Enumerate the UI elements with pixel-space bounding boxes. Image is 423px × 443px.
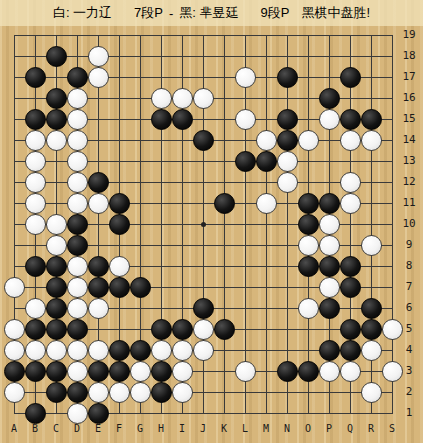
black-stone <box>319 340 340 361</box>
row-label: 6 <box>399 301 419 315</box>
row-label: 4 <box>399 343 419 357</box>
black-stone <box>130 277 151 298</box>
white-stone <box>88 67 109 88</box>
white-stone <box>67 172 88 193</box>
white-stone <box>25 151 46 172</box>
white-stone <box>67 277 88 298</box>
star-point <box>201 222 206 227</box>
white-stone <box>172 88 193 109</box>
column-label: P <box>322 422 336 436</box>
black-stone <box>340 319 361 340</box>
black-stone <box>88 172 109 193</box>
white-stone <box>340 130 361 151</box>
white-player-rank: 7段P <box>134 4 163 22</box>
black-stone <box>67 67 88 88</box>
white-stone <box>46 214 67 235</box>
black-stone <box>319 88 340 109</box>
white-stone <box>67 361 88 382</box>
white-stone <box>67 130 88 151</box>
column-label: D <box>70 422 84 436</box>
white-stone <box>361 130 382 151</box>
row-label: 15 <box>399 112 419 126</box>
row-label: 13 <box>399 154 419 168</box>
black-stone <box>25 256 46 277</box>
white-stone <box>67 193 88 214</box>
column-label: Q <box>343 422 357 436</box>
row-label: 18 <box>399 49 419 63</box>
white-stone <box>88 340 109 361</box>
white-stone <box>256 193 277 214</box>
column-label: G <box>133 422 147 436</box>
white-stone <box>361 382 382 403</box>
white-stone <box>277 172 298 193</box>
black-stone <box>340 277 361 298</box>
black-stone <box>319 193 340 214</box>
white-stone <box>361 340 382 361</box>
black-stone <box>109 361 130 382</box>
black-stone <box>67 382 88 403</box>
column-label: F <box>112 422 126 436</box>
black-stone <box>46 46 67 67</box>
white-stone <box>298 130 319 151</box>
black-stone <box>172 109 193 130</box>
white-stone <box>151 88 172 109</box>
white-player-label: 白: 一力辽 <box>53 4 112 22</box>
game-info-bar: 白: 一力辽 7段P - 黑: 芈昱廷 9段P 黑棋中盘胜! <box>0 0 423 26</box>
column-label: R <box>364 422 378 436</box>
white-stone <box>67 151 88 172</box>
column-label: E <box>91 422 105 436</box>
white-stone <box>277 151 298 172</box>
white-stone <box>319 361 340 382</box>
white-stone <box>25 130 46 151</box>
column-label: M <box>259 422 273 436</box>
black-stone <box>109 214 130 235</box>
column-label: S <box>385 422 399 436</box>
black-stone <box>25 109 46 130</box>
black-stone <box>361 298 382 319</box>
black-stone <box>151 382 172 403</box>
row-label: 5 <box>399 322 419 336</box>
black-stone <box>46 298 67 319</box>
row-label: 2 <box>399 385 419 399</box>
black-stone <box>193 298 214 319</box>
column-label: B <box>28 422 42 436</box>
black-stone <box>67 319 88 340</box>
black-stone <box>46 319 67 340</box>
row-label: 11 <box>399 196 419 210</box>
black-stone <box>46 109 67 130</box>
row-label: 12 <box>399 175 419 189</box>
black-stone <box>4 361 25 382</box>
white-stone <box>67 256 88 277</box>
white-stone <box>88 193 109 214</box>
black-stone <box>151 109 172 130</box>
black-stone <box>340 340 361 361</box>
black-stone <box>46 88 67 109</box>
column-label: C <box>49 422 63 436</box>
white-stone <box>319 277 340 298</box>
row-label: 16 <box>399 91 419 105</box>
white-stone <box>340 361 361 382</box>
white-stone <box>4 340 25 361</box>
black-stone <box>67 214 88 235</box>
black-stone <box>151 361 172 382</box>
white-stone <box>4 382 25 403</box>
white-stone <box>151 340 172 361</box>
white-stone <box>172 340 193 361</box>
white-stone <box>130 382 151 403</box>
black-stone <box>172 319 193 340</box>
white-stone <box>361 235 382 256</box>
white-stone <box>340 172 361 193</box>
black-stone <box>298 256 319 277</box>
white-stone <box>235 67 256 88</box>
black-stone <box>235 151 256 172</box>
white-stone <box>109 382 130 403</box>
row-label: 7 <box>399 280 419 294</box>
white-stone <box>130 361 151 382</box>
black-stone <box>193 130 214 151</box>
white-stone <box>88 46 109 67</box>
column-label: A <box>7 422 21 436</box>
black-stone <box>109 193 130 214</box>
white-stone <box>235 361 256 382</box>
black-stone <box>46 277 67 298</box>
white-stone <box>235 109 256 130</box>
white-stone <box>25 214 46 235</box>
white-stone <box>172 382 193 403</box>
black-stone <box>319 298 340 319</box>
white-stone <box>340 193 361 214</box>
column-label: L <box>238 422 252 436</box>
black-stone <box>277 109 298 130</box>
black-stone <box>25 361 46 382</box>
white-stone <box>109 256 130 277</box>
white-stone <box>88 298 109 319</box>
row-label: 19 <box>399 28 419 42</box>
white-stone <box>4 277 25 298</box>
white-stone <box>319 109 340 130</box>
row-label: 8 <box>399 259 419 273</box>
white-stone <box>67 298 88 319</box>
black-player-label: 黑: 芈昱廷 <box>179 4 238 22</box>
black-stone <box>46 256 67 277</box>
black-stone <box>361 319 382 340</box>
black-stone <box>361 109 382 130</box>
black-stone <box>340 67 361 88</box>
column-label: N <box>280 422 294 436</box>
column-label: J <box>196 422 210 436</box>
white-stone <box>172 361 193 382</box>
black-stone <box>46 382 67 403</box>
column-label: K <box>217 422 231 436</box>
black-stone <box>109 277 130 298</box>
row-label: 14 <box>399 133 419 147</box>
black-stone <box>214 193 235 214</box>
row-label: 10 <box>399 217 419 231</box>
white-stone <box>25 340 46 361</box>
white-stone <box>67 340 88 361</box>
black-stone <box>67 235 88 256</box>
white-stone <box>67 109 88 130</box>
row-label: 9 <box>399 238 419 252</box>
black-stone <box>298 361 319 382</box>
white-stone <box>46 130 67 151</box>
black-stone <box>256 151 277 172</box>
column-label: I <box>175 422 189 436</box>
black-stone <box>340 109 361 130</box>
black-stone <box>298 193 319 214</box>
black-stone <box>25 67 46 88</box>
black-stone <box>298 214 319 235</box>
column-label: O <box>301 422 315 436</box>
black-stone <box>88 403 109 424</box>
white-stone <box>4 319 25 340</box>
white-stone <box>46 235 67 256</box>
row-label: 17 <box>399 70 419 84</box>
white-stone <box>67 88 88 109</box>
black-stone <box>88 361 109 382</box>
white-stone <box>25 172 46 193</box>
black-stone <box>88 256 109 277</box>
white-stone <box>319 235 340 256</box>
black-stone <box>214 319 235 340</box>
black-player-rank: 9段P <box>261 4 290 22</box>
row-label: 3 <box>399 364 419 378</box>
black-stone <box>46 361 67 382</box>
white-stone <box>88 382 109 403</box>
row-label: 1 <box>399 406 419 420</box>
black-stone <box>109 340 130 361</box>
white-stone <box>67 403 88 424</box>
white-stone <box>298 235 319 256</box>
black-stone <box>277 361 298 382</box>
white-stone <box>319 214 340 235</box>
white-stone <box>25 298 46 319</box>
go-game-viewer: 白: 一力辽 7段P - 黑: 芈昱廷 9段P 黑棋中盘胜! ABCDEFGHI… <box>0 0 423 443</box>
black-stone <box>340 256 361 277</box>
white-stone <box>25 193 46 214</box>
players-separator: - <box>169 6 173 21</box>
white-stone <box>193 340 214 361</box>
black-stone <box>130 340 151 361</box>
white-stone <box>193 319 214 340</box>
white-stone <box>298 298 319 319</box>
white-stone <box>256 130 277 151</box>
black-stone <box>25 403 46 424</box>
game-result: 黑棋中盘胜! <box>302 4 371 22</box>
black-stone <box>88 277 109 298</box>
black-stone <box>25 319 46 340</box>
black-stone <box>319 256 340 277</box>
black-stone <box>277 67 298 88</box>
white-stone <box>46 340 67 361</box>
black-stone <box>277 130 298 151</box>
black-stone <box>151 319 172 340</box>
column-label: H <box>154 422 168 436</box>
white-stone <box>193 88 214 109</box>
